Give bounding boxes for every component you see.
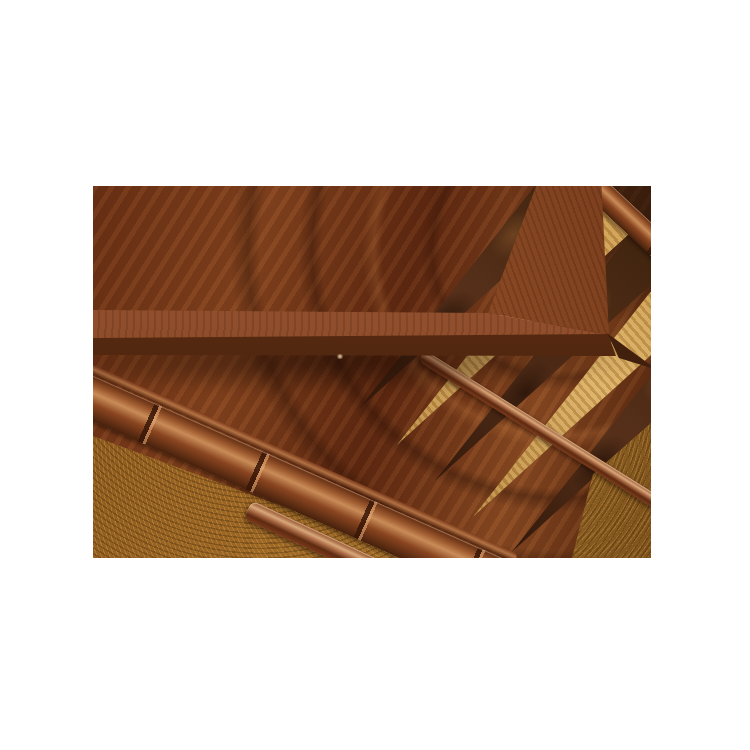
hinge-glint (336, 354, 344, 359)
games-table-photo (93, 186, 651, 558)
product-photo-page (0, 0, 750, 750)
